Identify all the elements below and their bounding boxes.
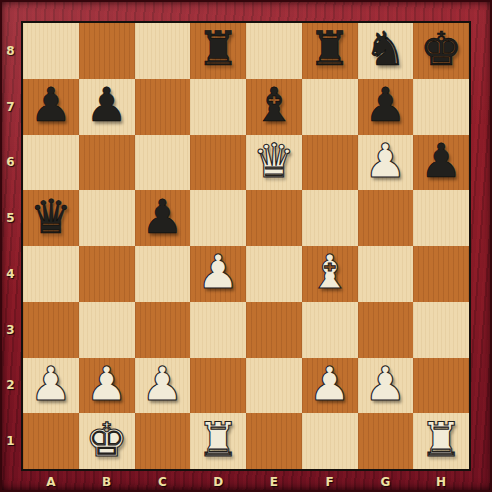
square-a4[interactable] <box>23 246 79 302</box>
square-a5[interactable]: ♛ <box>23 190 79 246</box>
square-h8[interactable]: ♚ <box>413 23 469 79</box>
piece-white-rook[interactable]: ♜ <box>197 416 239 463</box>
square-a7[interactable]: ♟ <box>23 79 79 135</box>
piece-black-queen[interactable]: ♛ <box>30 193 72 240</box>
square-f6[interactable] <box>302 135 358 191</box>
chess-board: ♜♜♞♚♟♟♝♟♛♟♟♛♟♟♝♟♟♟♟♟♚♜♜ <box>21 21 471 471</box>
square-d5[interactable] <box>190 190 246 246</box>
square-e5[interactable] <box>246 190 302 246</box>
square-a1[interactable] <box>23 413 79 469</box>
square-b6[interactable] <box>79 135 135 191</box>
piece-white-pawn[interactable]: ♟ <box>364 360 406 407</box>
piece-black-pawn[interactable]: ♟ <box>86 81 128 128</box>
square-e7[interactable]: ♝ <box>246 79 302 135</box>
square-f3[interactable] <box>302 302 358 358</box>
piece-black-king[interactable]: ♚ <box>420 25 462 72</box>
square-b8[interactable] <box>79 23 135 79</box>
square-g8[interactable]: ♞ <box>358 23 414 79</box>
square-h3[interactable] <box>413 302 469 358</box>
square-g1[interactable] <box>358 413 414 469</box>
piece-white-pawn[interactable]: ♟ <box>86 360 128 407</box>
file-label-b: B <box>79 471 135 492</box>
piece-black-pawn[interactable]: ♟ <box>364 81 406 128</box>
rank-label-1: 1 <box>0 413 21 469</box>
square-d2[interactable] <box>190 358 246 414</box>
piece-black-bishop[interactable]: ♝ <box>253 81 295 128</box>
square-c8[interactable] <box>135 23 191 79</box>
square-e8[interactable] <box>246 23 302 79</box>
square-c1[interactable] <box>135 413 191 469</box>
square-a2[interactable]: ♟ <box>23 358 79 414</box>
square-b5[interactable] <box>79 190 135 246</box>
piece-black-pawn[interactable]: ♟ <box>420 137 462 184</box>
square-h4[interactable] <box>413 246 469 302</box>
square-b4[interactable] <box>79 246 135 302</box>
square-e2[interactable] <box>246 358 302 414</box>
square-e4[interactable] <box>246 246 302 302</box>
square-f8[interactable]: ♜ <box>302 23 358 79</box>
piece-black-pawn[interactable]: ♟ <box>30 81 72 128</box>
rank-label-6: 6 <box>0 135 21 191</box>
square-a6[interactable] <box>23 135 79 191</box>
square-g6[interactable]: ♟ <box>358 135 414 191</box>
piece-white-bishop[interactable]: ♝ <box>309 248 351 295</box>
piece-white-pawn[interactable]: ♟ <box>197 248 239 295</box>
square-g3[interactable] <box>358 302 414 358</box>
file-labels: ABCDEFGH <box>23 471 469 492</box>
square-c3[interactable] <box>135 302 191 358</box>
square-g2[interactable]: ♟ <box>358 358 414 414</box>
piece-white-rook[interactable]: ♜ <box>420 416 462 463</box>
piece-black-knight[interactable]: ♞ <box>364 25 406 72</box>
rank-label-5: 5 <box>0 190 21 246</box>
square-h5[interactable] <box>413 190 469 246</box>
rank-label-2: 2 <box>0 358 21 414</box>
square-f2[interactable]: ♟ <box>302 358 358 414</box>
square-c7[interactable] <box>135 79 191 135</box>
square-g5[interactable] <box>358 190 414 246</box>
file-label-c: C <box>135 471 191 492</box>
piece-white-king[interactable]: ♚ <box>86 416 128 463</box>
file-label-e: E <box>246 471 302 492</box>
square-d7[interactable] <box>190 79 246 135</box>
piece-white-pawn[interactable]: ♟ <box>30 360 72 407</box>
board-frame: 87654321 ABCDEFGH ♜♜♞♚♟♟♝♟♛♟♟♛♟♟♝♟♟♟♟♟♚♜… <box>0 0 492 492</box>
file-label-g: G <box>358 471 414 492</box>
square-d1[interactable]: ♜ <box>190 413 246 469</box>
piece-white-pawn[interactable]: ♟ <box>309 360 351 407</box>
file-label-d: D <box>190 471 246 492</box>
square-d8[interactable]: ♜ <box>190 23 246 79</box>
piece-black-rook[interactable]: ♜ <box>197 25 239 72</box>
square-g7[interactable]: ♟ <box>358 79 414 135</box>
square-f4[interactable]: ♝ <box>302 246 358 302</box>
rank-label-3: 3 <box>0 302 21 358</box>
square-a3[interactable] <box>23 302 79 358</box>
square-b7[interactable]: ♟ <box>79 79 135 135</box>
rank-label-8: 8 <box>0 23 21 79</box>
square-c6[interactable] <box>135 135 191 191</box>
rank-labels: 87654321 <box>0 23 21 469</box>
square-b1[interactable]: ♚ <box>79 413 135 469</box>
rank-label-4: 4 <box>0 246 21 302</box>
rank-label-7: 7 <box>0 79 21 135</box>
square-c2[interactable]: ♟ <box>135 358 191 414</box>
square-h2[interactable] <box>413 358 469 414</box>
file-label-f: F <box>302 471 358 492</box>
square-g4[interactable] <box>358 246 414 302</box>
piece-black-pawn[interactable]: ♟ <box>141 193 183 240</box>
piece-white-pawn[interactable]: ♟ <box>364 137 406 184</box>
square-d3[interactable] <box>190 302 246 358</box>
square-c5[interactable]: ♟ <box>135 190 191 246</box>
piece-white-pawn[interactable]: ♟ <box>141 360 183 407</box>
square-h7[interactable] <box>413 79 469 135</box>
square-c4[interactable] <box>135 246 191 302</box>
square-f7[interactable] <box>302 79 358 135</box>
piece-white-queen[interactable]: ♛ <box>253 137 295 184</box>
square-h1[interactable]: ♜ <box>413 413 469 469</box>
square-d6[interactable] <box>190 135 246 191</box>
square-h6[interactable]: ♟ <box>413 135 469 191</box>
file-label-h: H <box>413 471 469 492</box>
square-f1[interactable] <box>302 413 358 469</box>
square-e3[interactable] <box>246 302 302 358</box>
square-e1[interactable] <box>246 413 302 469</box>
file-label-a: A <box>23 471 79 492</box>
square-f5[interactable] <box>302 190 358 246</box>
square-a8[interactable] <box>23 23 79 79</box>
square-b2[interactable]: ♟ <box>79 358 135 414</box>
square-d4[interactable]: ♟ <box>190 246 246 302</box>
piece-black-rook[interactable]: ♜ <box>309 25 351 72</box>
square-e6[interactable]: ♛ <box>246 135 302 191</box>
square-b3[interactable] <box>79 302 135 358</box>
